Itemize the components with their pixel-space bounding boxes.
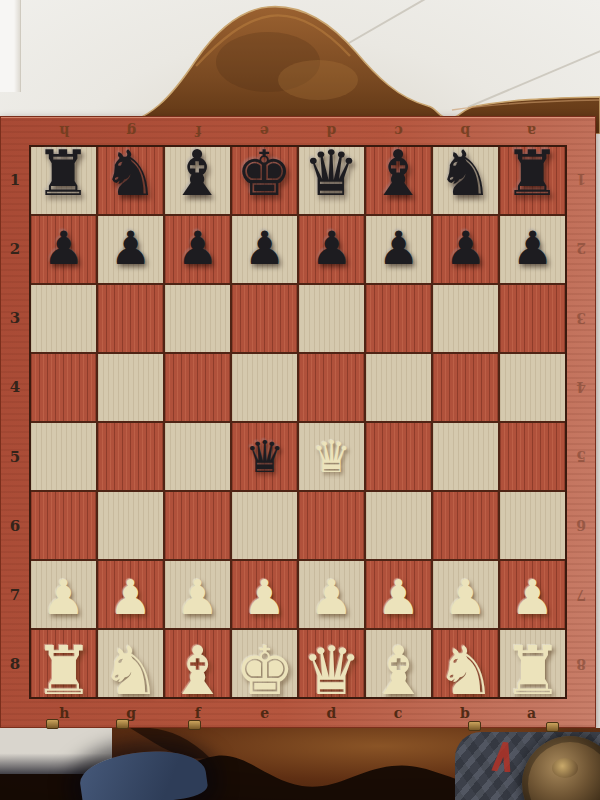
- square-c6[interactable]: [366, 492, 431, 559]
- piece-white-pawn[interactable]: ♟: [109, 573, 152, 621]
- piece-black-rook[interactable]: ♜: [35, 142, 91, 205]
- square-b5[interactable]: [433, 423, 498, 490]
- piece-white-pawn[interactable]: ♟: [42, 573, 85, 621]
- square-a7[interactable]: ♟: [500, 561, 565, 628]
- piece-white-pawn[interactable]: ♟: [176, 573, 219, 621]
- square-a6[interactable]: [500, 492, 565, 559]
- square-e8[interactable]: ♚: [232, 630, 297, 697]
- square-e5[interactable]: ♛: [232, 423, 297, 490]
- rank-label-4: 4: [1, 353, 29, 422]
- square-d6[interactable]: [299, 492, 364, 559]
- piece-black-knight[interactable]: ♞: [102, 142, 158, 205]
- rank-label-7: 7: [567, 561, 595, 630]
- brass-hinge: [116, 719, 129, 729]
- square-g5[interactable]: [98, 423, 163, 490]
- chess-board: hgfedcba hgfedcba 12345678 12345678 ♜♞♝♚…: [0, 116, 596, 728]
- square-a8[interactable]: ♜: [500, 630, 565, 697]
- piece-white-pawn[interactable]: ♟: [444, 573, 487, 621]
- piece-white-bishop[interactable]: ♝: [369, 637, 429, 704]
- square-b1[interactable]: ♞: [433, 147, 498, 214]
- square-g2[interactable]: ♟: [98, 216, 163, 283]
- square-d7[interactable]: ♟: [299, 561, 364, 628]
- piece-black-bishop[interactable]: ♝: [370, 142, 426, 205]
- square-h6[interactable]: [31, 492, 96, 559]
- piece-black-pawn[interactable]: ♟: [445, 225, 486, 271]
- rank-label-2: 2: [567, 214, 595, 283]
- piece-black-pawn[interactable]: ♟: [311, 225, 352, 271]
- square-f3[interactable]: [165, 285, 230, 352]
- square-e1[interactable]: ♚: [232, 147, 297, 214]
- square-e6[interactable]: [232, 492, 297, 559]
- square-b3[interactable]: [433, 285, 498, 352]
- piece-black-pawn[interactable]: ♟: [177, 225, 218, 271]
- brass-hinge: [46, 719, 59, 729]
- piece-white-pawn[interactable]: ♟: [377, 573, 420, 621]
- square-g3[interactable]: [98, 285, 163, 352]
- square-f8[interactable]: ♝: [165, 630, 230, 697]
- piece-black-pawn[interactable]: ♟: [244, 225, 285, 271]
- square-e3[interactable]: [232, 285, 297, 352]
- piece-black-pawn[interactable]: ♟: [110, 225, 151, 271]
- brass-hinge: [468, 721, 481, 731]
- piece-white-pawn[interactable]: ♟: [310, 573, 353, 621]
- rank-label-5: 5: [567, 422, 595, 491]
- square-h3[interactable]: [31, 285, 96, 352]
- rank-labels-left: 12345678: [1, 145, 29, 699]
- piece-black-queen[interactable]: ♛: [245, 435, 284, 479]
- square-f6[interactable]: [165, 492, 230, 559]
- square-f7[interactable]: ♟: [165, 561, 230, 628]
- piece-white-knight[interactable]: ♞: [101, 637, 161, 704]
- square-f5[interactable]: [165, 423, 230, 490]
- piece-white-king[interactable]: ♚: [235, 637, 295, 704]
- square-e7[interactable]: ♟: [232, 561, 297, 628]
- rank-label-8: 8: [567, 630, 595, 699]
- square-c3[interactable]: [366, 285, 431, 352]
- square-f1[interactable]: ♝: [165, 147, 230, 214]
- square-d5[interactable]: ♛: [299, 423, 364, 490]
- square-e2[interactable]: ♟: [232, 216, 297, 283]
- square-g8[interactable]: ♞: [98, 630, 163, 697]
- square-b2[interactable]: ♟: [433, 216, 498, 283]
- square-g4[interactable]: [98, 354, 163, 421]
- square-b7[interactable]: ♟: [433, 561, 498, 628]
- square-h5[interactable]: [31, 423, 96, 490]
- square-f4[interactable]: [165, 354, 230, 421]
- rank-label-1: 1: [567, 145, 595, 214]
- square-h2[interactable]: ♟: [31, 216, 96, 283]
- rank-label-4: 4: [567, 353, 595, 422]
- square-h8[interactable]: ♜: [31, 630, 96, 697]
- square-h1[interactable]: ♜: [31, 147, 96, 214]
- piece-white-knight[interactable]: ♞: [436, 637, 496, 704]
- piece-black-king[interactable]: ♚: [236, 142, 292, 205]
- square-c4[interactable]: [366, 354, 431, 421]
- square-d3[interactable]: [299, 285, 364, 352]
- red-logo-mark: [490, 742, 516, 772]
- square-f2[interactable]: ♟: [165, 216, 230, 283]
- piece-white-queen[interactable]: ♛: [312, 435, 351, 479]
- brass-hinge: [546, 722, 559, 732]
- square-g1[interactable]: ♞: [98, 147, 163, 214]
- piece-black-bishop[interactable]: ♝: [169, 142, 225, 205]
- square-a1[interactable]: ♜: [500, 147, 565, 214]
- square-g7[interactable]: ♟: [98, 561, 163, 628]
- square-c5[interactable]: [366, 423, 431, 490]
- piece-black-pawn[interactable]: ♟: [512, 225, 553, 271]
- square-d2[interactable]: ♟: [299, 216, 364, 283]
- square-c8[interactable]: ♝: [366, 630, 431, 697]
- square-a2[interactable]: ♟: [500, 216, 565, 283]
- piece-black-queen[interactable]: ♛: [303, 142, 359, 205]
- brass-hinge: [188, 720, 201, 730]
- square-a3[interactable]: [500, 285, 565, 352]
- piece-white-bishop[interactable]: ♝: [168, 637, 228, 704]
- rank-label-6: 6: [567, 491, 595, 560]
- square-c2[interactable]: ♟: [366, 216, 431, 283]
- piece-black-pawn[interactable]: ♟: [378, 225, 419, 271]
- rank-label-8: 8: [1, 630, 29, 699]
- rank-label-5: 5: [1, 422, 29, 491]
- piece-black-rook[interactable]: ♜: [504, 142, 560, 205]
- square-c1[interactable]: ♝: [366, 147, 431, 214]
- board-grid: ♜♞♝♚♛♝♞♜♟♟♟♟♟♟♟♟♛♛♟♟♟♟♟♟♟♟♜♞♝♚♛♝♞♜: [29, 145, 567, 699]
- piece-white-queen[interactable]: ♛: [302, 637, 362, 704]
- square-d8[interactable]: ♛: [299, 630, 364, 697]
- square-b4[interactable]: [433, 354, 498, 421]
- piece-white-pawn[interactable]: ♟: [511, 573, 554, 621]
- square-c7[interactable]: ♟: [366, 561, 431, 628]
- rank-label-7: 7: [1, 561, 29, 630]
- piece-black-pawn[interactable]: ♟: [43, 225, 84, 271]
- piece-white-pawn[interactable]: ♟: [243, 573, 286, 621]
- square-a5[interactable]: [500, 423, 565, 490]
- square-h4[interactable]: [31, 354, 96, 421]
- rank-label-3: 3: [1, 284, 29, 353]
- square-b6[interactable]: [433, 492, 498, 559]
- rank-label-6: 6: [1, 491, 29, 560]
- square-d1[interactable]: ♛: [299, 147, 364, 214]
- square-d4[interactable]: [299, 354, 364, 421]
- rank-label-1: 1: [1, 145, 29, 214]
- square-b8[interactable]: ♞: [433, 630, 498, 697]
- square-g6[interactable]: [98, 492, 163, 559]
- piece-white-rook[interactable]: ♜: [503, 637, 563, 704]
- square-a4[interactable]: [500, 354, 565, 421]
- wooden-table-top-edge: [0, 0, 600, 134]
- piece-black-knight[interactable]: ♞: [437, 142, 493, 205]
- piece-white-rook[interactable]: ♜: [34, 637, 94, 704]
- rank-label-2: 2: [1, 214, 29, 283]
- rank-label-3: 3: [567, 284, 595, 353]
- rank-labels-right: 12345678: [567, 145, 595, 699]
- square-e4[interactable]: [232, 354, 297, 421]
- square-h7[interactable]: ♟: [31, 561, 96, 628]
- photo-scene: hgfedcba hgfedcba 12345678 12345678 ♜♞♝♚…: [0, 0, 600, 800]
